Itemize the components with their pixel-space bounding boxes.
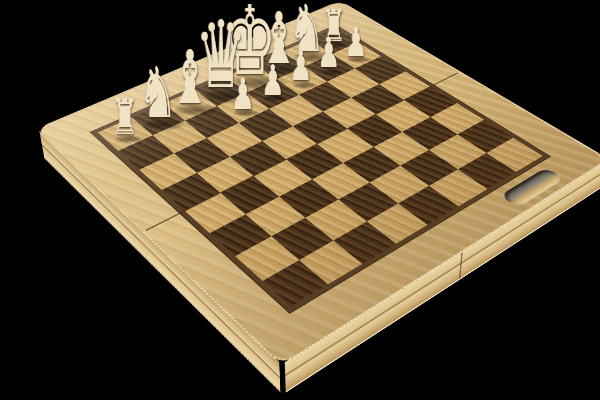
chess-board: [35, 1, 600, 367]
chess-set-photo: ♟♟♟♟♟♜♞♝♛♚♝♞♜: [0, 0, 600, 400]
square-a1: [98, 118, 152, 151]
